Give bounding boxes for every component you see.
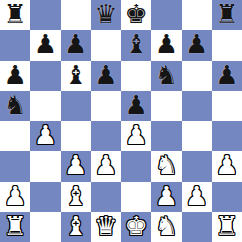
piece-white-pawn[interactable]: ♟ bbox=[64, 152, 87, 178]
piece-black-bishop[interactable]: ♝ bbox=[124, 31, 147, 57]
piece-black-queen[interactable]: ♛ bbox=[94, 1, 117, 27]
piece-white-pawn[interactable]: ♟ bbox=[215, 152, 238, 178]
square-f6[interactable]: ♞ bbox=[151, 61, 181, 91]
piece-white-rook[interactable]: ♜ bbox=[3, 213, 26, 239]
square-b5[interactable] bbox=[30, 91, 60, 121]
square-a7[interactable] bbox=[0, 30, 30, 60]
piece-black-pawn[interactable]: ♟ bbox=[155, 31, 178, 57]
piece-white-pawn[interactable]: ♟ bbox=[185, 183, 208, 209]
square-e7[interactable]: ♝ bbox=[121, 30, 151, 60]
square-d4[interactable] bbox=[91, 121, 121, 151]
piece-white-knight[interactable]: ♞ bbox=[155, 152, 178, 178]
piece-black-knight[interactable]: ♞ bbox=[155, 62, 178, 88]
square-f5[interactable] bbox=[151, 91, 181, 121]
square-b7[interactable]: ♟ bbox=[30, 30, 60, 60]
square-e3[interactable] bbox=[121, 151, 151, 181]
piece-black-pawn[interactable]: ♟ bbox=[124, 92, 147, 118]
piece-black-king[interactable]: ♚ bbox=[124, 1, 147, 27]
square-a2[interactable]: ♟ bbox=[0, 182, 30, 212]
square-a4[interactable] bbox=[0, 121, 30, 151]
piece-black-pawn[interactable]: ♟ bbox=[94, 62, 117, 88]
piece-white-pawn[interactable]: ♟ bbox=[34, 122, 57, 148]
square-h2[interactable] bbox=[212, 182, 242, 212]
square-a5[interactable]: ♞ bbox=[0, 91, 30, 121]
square-g4[interactable] bbox=[182, 121, 212, 151]
piece-black-pawn[interactable]: ♟ bbox=[215, 62, 238, 88]
square-f7[interactable]: ♟ bbox=[151, 30, 181, 60]
square-e1[interactable]: ♚ bbox=[121, 212, 151, 242]
piece-white-bishop[interactable]: ♝ bbox=[64, 183, 87, 209]
square-a1[interactable]: ♜ bbox=[0, 212, 30, 242]
square-c5[interactable] bbox=[61, 91, 91, 121]
piece-black-pawn[interactable]: ♟ bbox=[185, 31, 208, 57]
piece-white-pawn[interactable]: ♟ bbox=[3, 183, 26, 209]
piece-white-pawn[interactable]: ♟ bbox=[94, 152, 117, 178]
square-e8[interactable]: ♚ bbox=[121, 0, 151, 30]
square-e4[interactable]: ♟ bbox=[121, 121, 151, 151]
square-g3[interactable] bbox=[182, 151, 212, 181]
square-d1[interactable]: ♛ bbox=[91, 212, 121, 242]
square-b4[interactable]: ♟ bbox=[30, 121, 60, 151]
piece-white-queen[interactable]: ♛ bbox=[94, 213, 117, 239]
square-g1[interactable] bbox=[182, 212, 212, 242]
piece-white-knight[interactable]: ♞ bbox=[155, 213, 178, 239]
square-c7[interactable]: ♟ bbox=[61, 30, 91, 60]
square-a3[interactable] bbox=[0, 151, 30, 181]
piece-black-pawn[interactable]: ♟ bbox=[64, 31, 87, 57]
square-d5[interactable] bbox=[91, 91, 121, 121]
piece-white-pawn[interactable]: ♟ bbox=[124, 122, 147, 148]
square-g6[interactable] bbox=[182, 61, 212, 91]
square-h1[interactable]: ♜ bbox=[212, 212, 242, 242]
square-f4[interactable] bbox=[151, 121, 181, 151]
square-c8[interactable] bbox=[61, 0, 91, 30]
square-h3[interactable]: ♟ bbox=[212, 151, 242, 181]
square-d2[interactable] bbox=[91, 182, 121, 212]
square-h5[interactable] bbox=[212, 91, 242, 121]
square-b8[interactable] bbox=[30, 0, 60, 30]
square-d7[interactable] bbox=[91, 30, 121, 60]
square-f8[interactable] bbox=[151, 0, 181, 30]
piece-black-rook[interactable]: ♜ bbox=[215, 1, 238, 27]
square-b6[interactable] bbox=[30, 61, 60, 91]
square-h7[interactable] bbox=[212, 30, 242, 60]
square-c1[interactable]: ♝ bbox=[61, 212, 91, 242]
piece-black-pawn[interactable]: ♟ bbox=[34, 31, 57, 57]
piece-white-king[interactable]: ♚ bbox=[124, 213, 147, 239]
square-e6[interactable] bbox=[121, 61, 151, 91]
square-c2[interactable]: ♝ bbox=[61, 182, 91, 212]
square-b1[interactable] bbox=[30, 212, 60, 242]
square-a6[interactable]: ♟ bbox=[0, 61, 30, 91]
piece-white-rook[interactable]: ♜ bbox=[215, 213, 238, 239]
square-c3[interactable]: ♟ bbox=[61, 151, 91, 181]
square-g5[interactable] bbox=[182, 91, 212, 121]
piece-black-knight[interactable]: ♞ bbox=[3, 92, 26, 118]
square-h4[interactable] bbox=[212, 121, 242, 151]
square-c4[interactable] bbox=[61, 121, 91, 151]
square-b3[interactable] bbox=[30, 151, 60, 181]
square-d8[interactable]: ♛ bbox=[91, 0, 121, 30]
square-g7[interactable]: ♟ bbox=[182, 30, 212, 60]
piece-black-pawn[interactable]: ♟ bbox=[3, 62, 26, 88]
piece-black-rook[interactable]: ♜ bbox=[3, 1, 26, 27]
square-d3[interactable]: ♟ bbox=[91, 151, 121, 181]
square-b2[interactable] bbox=[30, 182, 60, 212]
square-h8[interactable]: ♜ bbox=[212, 0, 242, 30]
square-f2[interactable]: ♟ bbox=[151, 182, 181, 212]
square-d6[interactable]: ♟ bbox=[91, 61, 121, 91]
square-a8[interactable]: ♜ bbox=[0, 0, 30, 30]
piece-white-bishop[interactable]: ♝ bbox=[64, 213, 87, 239]
square-h6[interactable]: ♟ bbox=[212, 61, 242, 91]
square-g2[interactable]: ♟ bbox=[182, 182, 212, 212]
piece-white-pawn[interactable]: ♟ bbox=[155, 183, 178, 209]
square-g8[interactable] bbox=[182, 0, 212, 30]
square-f1[interactable]: ♞ bbox=[151, 212, 181, 242]
square-f3[interactable]: ♞ bbox=[151, 151, 181, 181]
square-c6[interactable]: ♝ bbox=[61, 61, 91, 91]
chess-board: ♜♛♚♜♟♟♝♟♟♟♝♟♞♟♞♟♟♟♟♟♞♟♟♝♟♟♜♝♛♚♞♜ bbox=[0, 0, 242, 242]
piece-black-bishop[interactable]: ♝ bbox=[64, 62, 87, 88]
square-e2[interactable] bbox=[121, 182, 151, 212]
square-e5[interactable]: ♟ bbox=[121, 91, 151, 121]
